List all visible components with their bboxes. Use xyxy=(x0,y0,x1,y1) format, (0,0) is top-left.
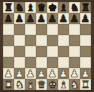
piece-black-bishop[interactable]: ♝ xyxy=(26,2,35,13)
square-c6[interactable] xyxy=(25,24,36,35)
piece-white-bishop[interactable]: ♝ xyxy=(59,79,68,90)
piece-white-pawn[interactable]: ♟ xyxy=(59,68,68,79)
piece-white-pawn[interactable]: ♟ xyxy=(70,68,79,79)
square-f3[interactable] xyxy=(58,57,69,68)
square-h1[interactable]: ♜ xyxy=(80,79,91,90)
square-e1[interactable]: ♚ xyxy=(47,79,58,90)
square-e3[interactable] xyxy=(47,57,58,68)
square-c3[interactable] xyxy=(25,57,36,68)
piece-black-pawn[interactable]: ♟ xyxy=(4,13,13,24)
piece-white-knight[interactable]: ♞ xyxy=(15,79,24,90)
piece-black-bishop[interactable]: ♝ xyxy=(59,2,68,13)
square-f4[interactable] xyxy=(58,46,69,57)
square-f8[interactable]: ♝ xyxy=(58,2,69,13)
square-d3[interactable] xyxy=(36,57,47,68)
piece-black-knight[interactable]: ♞ xyxy=(15,2,24,13)
square-d2[interactable]: ♟ xyxy=(36,68,47,79)
square-h6[interactable] xyxy=(80,24,91,35)
square-g1[interactable]: ♞ xyxy=(69,79,80,90)
square-b8[interactable]: ♞ xyxy=(14,2,25,13)
piece-black-queen[interactable]: ♛ xyxy=(37,2,46,13)
square-g7[interactable]: ♟ xyxy=(69,13,80,24)
square-h2[interactable]: ♟ xyxy=(80,68,91,79)
chess-board: ♜♞♝♛♚♝♞♜♟♟♟♟♟♟♟♟♟♟♟♟♟♟♟♟♜♞♝♛♚♝♞♜ xyxy=(3,2,91,90)
piece-black-pawn[interactable]: ♟ xyxy=(26,13,35,24)
square-a4[interactable] xyxy=(3,46,14,57)
square-g8[interactable]: ♞ xyxy=(69,2,80,13)
square-b6[interactable] xyxy=(14,24,25,35)
square-b2[interactable]: ♟ xyxy=(14,68,25,79)
square-b3[interactable] xyxy=(14,57,25,68)
piece-white-pawn[interactable]: ♟ xyxy=(81,68,90,79)
piece-white-king[interactable]: ♚ xyxy=(48,79,57,90)
piece-white-rook[interactable]: ♜ xyxy=(81,79,90,90)
piece-black-king[interactable]: ♚ xyxy=(48,2,57,13)
square-d4[interactable] xyxy=(36,46,47,57)
piece-white-queen[interactable]: ♛ xyxy=(37,79,46,90)
piece-white-pawn[interactable]: ♟ xyxy=(4,68,13,79)
square-f2[interactable]: ♟ xyxy=(58,68,69,79)
square-d6[interactable] xyxy=(36,24,47,35)
square-h7[interactable]: ♟ xyxy=(80,13,91,24)
piece-white-pawn[interactable]: ♟ xyxy=(37,68,46,79)
piece-black-rook[interactable]: ♜ xyxy=(4,2,13,13)
square-c2[interactable]: ♟ xyxy=(25,68,36,79)
square-d5[interactable] xyxy=(36,35,47,46)
square-b4[interactable] xyxy=(14,46,25,57)
square-c7[interactable]: ♟ xyxy=(25,13,36,24)
square-b1[interactable]: ♞ xyxy=(14,79,25,90)
square-g3[interactable] xyxy=(69,57,80,68)
square-b5[interactable] xyxy=(14,35,25,46)
piece-black-pawn[interactable]: ♟ xyxy=(81,13,90,24)
square-h4[interactable] xyxy=(80,46,91,57)
square-h8[interactable]: ♜ xyxy=(80,2,91,13)
square-e4[interactable] xyxy=(47,46,58,57)
square-d1[interactable]: ♛ xyxy=(36,79,47,90)
square-a5[interactable] xyxy=(3,35,14,46)
piece-black-knight[interactable]: ♞ xyxy=(70,2,79,13)
square-f7[interactable]: ♟ xyxy=(58,13,69,24)
piece-black-rook[interactable]: ♜ xyxy=(81,2,90,13)
piece-black-pawn[interactable]: ♟ xyxy=(59,13,68,24)
square-g4[interactable] xyxy=(69,46,80,57)
square-a8[interactable]: ♜ xyxy=(3,2,14,13)
square-a6[interactable] xyxy=(3,24,14,35)
square-a2[interactable]: ♟ xyxy=(3,68,14,79)
square-f6[interactable] xyxy=(58,24,69,35)
piece-black-pawn[interactable]: ♟ xyxy=(37,13,46,24)
piece-black-pawn[interactable]: ♟ xyxy=(70,13,79,24)
piece-white-pawn[interactable]: ♟ xyxy=(26,68,35,79)
piece-white-rook[interactable]: ♜ xyxy=(4,79,13,90)
square-e5[interactable] xyxy=(47,35,58,46)
piece-white-bishop[interactable]: ♝ xyxy=(26,79,35,90)
piece-white-pawn[interactable]: ♟ xyxy=(48,68,57,79)
square-e7[interactable]: ♟ xyxy=(47,13,58,24)
square-e2[interactable]: ♟ xyxy=(47,68,58,79)
square-a3[interactable] xyxy=(3,57,14,68)
square-c5[interactable] xyxy=(25,35,36,46)
piece-black-pawn[interactable]: ♟ xyxy=(48,13,57,24)
square-g5[interactable] xyxy=(69,35,80,46)
square-g6[interactable] xyxy=(69,24,80,35)
square-b7[interactable]: ♟ xyxy=(14,13,25,24)
square-h5[interactable] xyxy=(80,35,91,46)
square-a7[interactable]: ♟ xyxy=(3,13,14,24)
square-f1[interactable]: ♝ xyxy=(58,79,69,90)
square-d7[interactable]: ♟ xyxy=(36,13,47,24)
piece-white-pawn[interactable]: ♟ xyxy=(15,68,24,79)
square-c4[interactable] xyxy=(25,46,36,57)
square-e6[interactable] xyxy=(47,24,58,35)
square-d8[interactable]: ♛ xyxy=(36,2,47,13)
piece-white-knight[interactable]: ♞ xyxy=(70,79,79,90)
piece-black-pawn[interactable]: ♟ xyxy=(15,13,24,24)
square-c1[interactable]: ♝ xyxy=(25,79,36,90)
square-c8[interactable]: ♝ xyxy=(25,2,36,13)
square-e8[interactable]: ♚ xyxy=(47,2,58,13)
square-h3[interactable] xyxy=(80,57,91,68)
square-a1[interactable]: ♜ xyxy=(3,79,14,90)
board-frame: ♜♞♝♛♚♝♞♜♟♟♟♟♟♟♟♟♟♟♟♟♟♟♟♟♜♞♝♛♚♝♞♜ xyxy=(0,0,94,92)
square-f5[interactable] xyxy=(58,35,69,46)
square-g2[interactable]: ♟ xyxy=(69,68,80,79)
